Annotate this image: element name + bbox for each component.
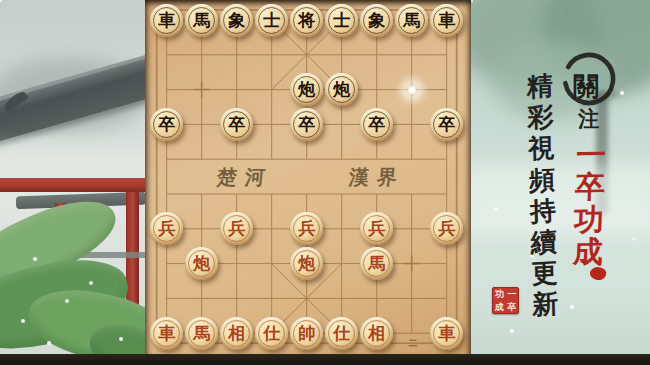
piece-label: 卒 xyxy=(298,116,315,133)
piece-label: 炮 xyxy=(298,81,315,98)
piece-label: 卒 xyxy=(228,116,245,133)
follow-label-char-1: 關 xyxy=(573,74,599,100)
piece-red-車[interactable]: 車 xyxy=(430,317,463,350)
sparkle-dots xyxy=(0,0,2,2)
piece-red-帥[interactable]: 帥 xyxy=(290,317,323,350)
piece-black-将[interactable]: 将 xyxy=(290,4,323,37)
piece-label: 兵 xyxy=(228,220,245,237)
piece-label: 象 xyxy=(368,12,385,29)
pieces-layer: 車馬象士将士象馬車炮炮卒卒卒卒卒兵兵兵兵兵炮炮馬車馬相仕帥仕相車 xyxy=(145,0,471,365)
piece-label: 車 xyxy=(438,12,455,29)
pavilion-red-lintel xyxy=(0,178,146,192)
piece-black-象[interactable]: 象 xyxy=(360,4,393,37)
piece-red-兵[interactable]: 兵 xyxy=(220,212,253,245)
piece-red-相[interactable]: 相 xyxy=(220,317,253,350)
piece-label: 馬 xyxy=(368,255,385,272)
piece-red-仕[interactable]: 仕 xyxy=(255,317,288,350)
piece-label: 卒 xyxy=(368,116,385,133)
piece-label: 車 xyxy=(158,12,175,29)
piece-label: 仕 xyxy=(263,325,280,342)
piece-label: 相 xyxy=(368,325,385,342)
piece-label: 卒 xyxy=(158,116,175,133)
promo-panel: 關 注 精彩視頻持續更新 一卒功成 功 一 成 卒 xyxy=(471,0,650,365)
piece-black-士[interactable]: 士 xyxy=(255,4,288,37)
seal-char: 卒 xyxy=(506,301,519,314)
piece-red-兵[interactable]: 兵 xyxy=(430,212,463,245)
piece-black-炮[interactable]: 炮 xyxy=(290,73,323,106)
piece-label: 将 xyxy=(298,12,315,29)
piece-black-卒[interactable]: 卒 xyxy=(220,108,253,141)
piece-label: 士 xyxy=(333,12,350,29)
piece-label: 象 xyxy=(228,12,245,29)
piece-black-士[interactable]: 士 xyxy=(325,4,358,37)
piece-red-馬[interactable]: 馬 xyxy=(185,317,218,350)
piece-black-車[interactable]: 車 xyxy=(150,4,183,37)
piece-label: 士 xyxy=(263,12,280,29)
brand-seal-stamp: 功 一 成 卒 xyxy=(492,287,519,314)
piece-label: 炮 xyxy=(298,255,315,272)
piece-label: 兵 xyxy=(438,220,455,237)
piece-black-卒[interactable]: 卒 xyxy=(360,108,393,141)
piece-label: 車 xyxy=(158,325,175,342)
seal-char: 一 xyxy=(506,288,519,301)
app-screen: 關 注 精彩視頻持續更新 一卒功成 功 一 成 卒 xyxy=(0,0,650,365)
piece-red-馬[interactable]: 馬 xyxy=(360,247,393,280)
piece-red-車[interactable]: 車 xyxy=(150,317,183,350)
piece-black-象[interactable]: 象 xyxy=(220,4,253,37)
xiangqi-board[interactable]: 楚河 漢界 二 車馬象士将士象馬車炮炮卒卒卒卒卒兵兵兵兵兵炮炮馬車馬相仕帥仕相車 xyxy=(145,0,471,365)
left-scenery-painting xyxy=(0,0,146,365)
piece-red-炮[interactable]: 炮 xyxy=(185,247,218,280)
piece-label: 炮 xyxy=(333,81,350,98)
piece-black-馬[interactable]: 馬 xyxy=(395,4,428,37)
piece-label: 馬 xyxy=(403,12,420,29)
piece-label: 相 xyxy=(228,325,245,342)
seal-char: 成 xyxy=(493,301,506,314)
piece-label: 卒 xyxy=(438,116,455,133)
piece-black-卒[interactable]: 卒 xyxy=(430,108,463,141)
piece-label: 車 xyxy=(438,325,455,342)
piece-black-卒[interactable]: 卒 xyxy=(290,108,323,141)
piece-red-兵[interactable]: 兵 xyxy=(290,212,323,245)
piece-black-車[interactable]: 車 xyxy=(430,4,463,37)
piece-label: 馬 xyxy=(193,12,210,29)
piece-label: 炮 xyxy=(193,255,210,272)
bottom-letterbox-bar xyxy=(0,354,650,365)
piece-red-相[interactable]: 相 xyxy=(360,317,393,350)
piece-label: 兵 xyxy=(368,220,385,237)
piece-red-仕[interactable]: 仕 xyxy=(325,317,358,350)
follow-label-char-2: 注 xyxy=(578,109,599,130)
piece-label: 帥 xyxy=(298,325,315,342)
piece-black-卒[interactable]: 卒 xyxy=(150,108,183,141)
piece-label: 仕 xyxy=(333,325,350,342)
seal-char: 功 xyxy=(493,288,506,301)
tagline-text: 精彩視頻持續更新 xyxy=(525,70,560,321)
piece-label: 兵 xyxy=(298,220,315,237)
piece-black-馬[interactable]: 馬 xyxy=(185,4,218,37)
brand-calligraphy-text: 一卒功成 xyxy=(571,139,609,269)
piece-label: 馬 xyxy=(193,325,210,342)
piece-black-炮[interactable]: 炮 xyxy=(325,73,358,106)
piece-label: 兵 xyxy=(158,220,175,237)
piece-red-炮[interactable]: 炮 xyxy=(290,247,323,280)
piece-red-兵[interactable]: 兵 xyxy=(360,212,393,245)
piece-red-兵[interactable]: 兵 xyxy=(150,212,183,245)
